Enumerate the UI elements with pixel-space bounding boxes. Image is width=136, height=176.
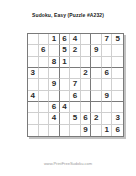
cell-r6c8[interactable]: 9 (102, 91, 113, 102)
cell-r5c6[interactable] (81, 79, 92, 90)
cell-r6c9[interactable] (112, 91, 123, 102)
cell-r7c8[interactable] (102, 102, 113, 113)
sudoku-board: 16475652981326974696445623916 (27, 33, 124, 137)
cell-r7c6[interactable] (81, 102, 92, 113)
cell-r2c9[interactable] (112, 45, 123, 56)
cell-r7c7[interactable] (91, 102, 102, 113)
cell-r5c7[interactable] (91, 79, 102, 90)
cell-r8c3[interactable]: 4 (49, 113, 60, 124)
cell-r1c2[interactable] (39, 34, 50, 45)
cell-r7c5[interactable] (70, 102, 81, 113)
cell-r5c9[interactable] (112, 79, 123, 90)
cell-r8c2[interactable] (39, 113, 50, 124)
cell-r9c9[interactable]: 6 (112, 125, 123, 136)
cell-r6c5[interactable]: 6 (70, 91, 81, 102)
cell-r7c2[interactable] (39, 102, 50, 113)
cell-r2c8[interactable] (102, 45, 113, 56)
cell-r2c3[interactable] (49, 45, 60, 56)
cell-r3c9[interactable] (112, 57, 123, 68)
cell-r8c4[interactable] (60, 113, 71, 124)
cell-r9c5[interactable] (70, 125, 81, 136)
cell-r2c7[interactable]: 9 (91, 45, 102, 56)
cell-r2c1[interactable] (28, 45, 39, 56)
cell-r1c7[interactable] (91, 34, 102, 45)
cell-r1c4[interactable]: 6 (60, 34, 71, 45)
cell-r1c3[interactable]: 1 (49, 34, 60, 45)
cell-r3c2[interactable] (39, 57, 50, 68)
footer-url: www.PrintFreeSudoku.com (0, 161, 136, 166)
cell-r7c9[interactable] (112, 102, 123, 113)
page-title: Sudoku, Easy (Puzzle #A232) (0, 12, 136, 18)
cell-r6c7[interactable] (91, 91, 102, 102)
cell-r1c1[interactable] (28, 34, 39, 45)
cell-r9c2[interactable] (39, 125, 50, 136)
cell-r8c6[interactable]: 6 (81, 113, 92, 124)
cell-r2c2[interactable]: 6 (39, 45, 50, 56)
cell-r6c6[interactable] (81, 91, 92, 102)
cell-r7c3[interactable]: 6 (49, 102, 60, 113)
cell-r1c8[interactable]: 7 (102, 34, 113, 45)
cell-r8c9[interactable]: 3 (112, 113, 123, 124)
cell-r4c9[interactable] (112, 68, 123, 79)
cell-r6c1[interactable]: 4 (28, 91, 39, 102)
cell-r5c5[interactable]: 7 (70, 79, 81, 90)
cell-r6c2[interactable] (39, 91, 50, 102)
cell-r8c7[interactable]: 2 (91, 113, 102, 124)
cell-r8c5[interactable]: 5 (70, 113, 81, 124)
cell-r2c5[interactable]: 2 (70, 45, 81, 56)
cell-r4c2[interactable] (39, 68, 50, 79)
cell-r8c8[interactable] (102, 113, 113, 124)
cell-r2c6[interactable] (81, 45, 92, 56)
cell-r3c4[interactable]: 1 (60, 57, 71, 68)
cell-r3c7[interactable] (91, 57, 102, 68)
cell-r1c6[interactable] (81, 34, 92, 45)
cell-r5c8[interactable] (102, 79, 113, 90)
cell-r6c3[interactable] (49, 91, 60, 102)
cell-r9c3[interactable] (49, 125, 60, 136)
cell-r4c5[interactable] (70, 68, 81, 79)
cell-r1c5[interactable]: 4 (70, 34, 81, 45)
cell-r6c4[interactable] (60, 91, 71, 102)
cell-r5c4[interactable] (60, 79, 71, 90)
cell-r4c4[interactable] (60, 68, 71, 79)
cell-r7c4[interactable]: 4 (60, 102, 71, 113)
cell-r5c2[interactable] (39, 79, 50, 90)
cell-r7c1[interactable] (28, 102, 39, 113)
cell-r4c1[interactable]: 3 (28, 68, 39, 79)
cell-r9c1[interactable] (28, 125, 39, 136)
cell-r9c7[interactable] (91, 125, 102, 136)
cell-r4c3[interactable] (49, 68, 60, 79)
cell-r8c1[interactable] (28, 113, 39, 124)
cell-r4c7[interactable] (91, 68, 102, 79)
cell-r3c8[interactable] (102, 57, 113, 68)
cell-r3c1[interactable] (28, 57, 39, 68)
cell-r4c8[interactable]: 6 (102, 68, 113, 79)
cell-r1c9[interactable]: 5 (112, 34, 123, 45)
cell-r3c5[interactable] (70, 57, 81, 68)
cell-r9c4[interactable] (60, 125, 71, 136)
cell-r2c4[interactable]: 5 (60, 45, 71, 56)
cell-r5c1[interactable] (28, 79, 39, 90)
cell-r9c6[interactable]: 9 (81, 125, 92, 136)
cell-r3c3[interactable]: 8 (49, 57, 60, 68)
cell-r3c6[interactable] (81, 57, 92, 68)
cell-r5c3[interactable]: 9 (49, 79, 60, 90)
cell-r4c6[interactable]: 2 (81, 68, 92, 79)
cell-r9c8[interactable]: 1 (102, 125, 113, 136)
